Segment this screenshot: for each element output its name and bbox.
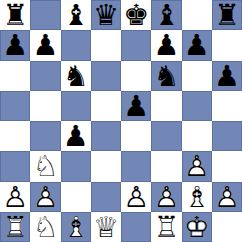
piece-outline: ♕ — [91, 212, 121, 242]
square-e7[interactable] — [121, 30, 151, 60]
black-pawn-icon[interactable]: ♟ — [121, 91, 151, 121]
square-b4[interactable] — [30, 121, 60, 151]
white-knight-icon[interactable]: ♞♘ — [30, 212, 60, 242]
square-a3[interactable] — [0, 151, 30, 181]
square-g8[interactable] — [182, 0, 212, 30]
piece-fill: ♟ — [0, 30, 30, 60]
piece-outline: ♙ — [0, 182, 30, 212]
white-bishop-icon[interactable]: ♝♗ — [61, 212, 91, 242]
piece-outline: ♙ — [121, 182, 151, 212]
white-rook-icon[interactable]: ♜♖ — [151, 212, 181, 242]
black-pawn-icon[interactable]: ♟ — [151, 30, 181, 60]
black-pawn-icon[interactable]: ♟ — [61, 121, 91, 151]
square-c2[interactable] — [61, 182, 91, 212]
chess-board: ♜♝♛♚♝♜♟♟♟♟♞♞♟♟♟♞♘♟♙♟♙♟♙♟♙♟♙♝♗♟♙♜♖♞♘♝♗♛♕♜… — [0, 0, 242, 242]
black-queen-icon[interactable]: ♛ — [91, 0, 121, 30]
square-a7[interactable]: ♟ — [0, 30, 30, 60]
square-h5[interactable] — [212, 91, 242, 121]
piece-outline: ♖ — [0, 212, 30, 242]
piece-fill: ♟ — [212, 61, 242, 91]
square-g1[interactable]: ♚♔ — [182, 212, 212, 242]
white-pawn-icon[interactable]: ♟♙ — [151, 182, 181, 212]
square-f8[interactable]: ♝ — [151, 0, 181, 30]
square-h6[interactable]: ♟ — [212, 61, 242, 91]
square-g4[interactable] — [182, 121, 212, 151]
white-pawn-icon[interactable]: ♟♙ — [212, 182, 242, 212]
square-f3[interactable] — [151, 151, 181, 181]
piece-fill: ♟ — [61, 121, 91, 151]
square-e2[interactable]: ♟♙ — [121, 182, 151, 212]
piece-outline: ♙ — [182, 151, 212, 181]
square-h4[interactable] — [212, 121, 242, 151]
square-e8[interactable]: ♚ — [121, 0, 151, 30]
piece-fill: ♜ — [212, 0, 242, 30]
black-pawn-icon[interactable]: ♟ — [212, 61, 242, 91]
white-pawn-icon[interactable]: ♟♙ — [0, 182, 30, 212]
piece-fill: ♛ — [91, 0, 121, 30]
square-b3[interactable]: ♞♘ — [30, 151, 60, 181]
square-f1[interactable]: ♜♖ — [151, 212, 181, 242]
square-a1[interactable]: ♜♖ — [0, 212, 30, 242]
square-a4[interactable] — [0, 121, 30, 151]
square-b6[interactable] — [30, 61, 60, 91]
square-g3[interactable]: ♟♙ — [182, 151, 212, 181]
square-e3[interactable] — [121, 151, 151, 181]
piece-fill: ♝ — [151, 0, 181, 30]
piece-outline: ♙ — [212, 182, 242, 212]
square-d7[interactable] — [91, 30, 121, 60]
square-d1[interactable]: ♛♕ — [91, 212, 121, 242]
square-d4[interactable] — [91, 121, 121, 151]
black-bishop-icon[interactable]: ♝ — [61, 0, 91, 30]
square-c3[interactable] — [61, 151, 91, 181]
white-pawn-icon[interactable]: ♟♙ — [30, 182, 60, 212]
square-b7[interactable]: ♟ — [30, 30, 60, 60]
white-knight-icon[interactable]: ♞♘ — [30, 151, 60, 181]
piece-fill: ♟ — [121, 91, 151, 121]
square-f6[interactable]: ♞ — [151, 61, 181, 91]
square-c5[interactable] — [61, 91, 91, 121]
square-h1[interactable] — [212, 212, 242, 242]
piece-outline: ♗ — [61, 212, 91, 242]
piece-fill: ♟ — [182, 30, 212, 60]
white-king-icon[interactable]: ♚♔ — [182, 212, 212, 242]
square-g6[interactable] — [182, 61, 212, 91]
square-d5[interactable] — [91, 91, 121, 121]
piece-fill: ♞ — [151, 61, 181, 91]
black-bishop-icon[interactable]: ♝ — [151, 0, 181, 30]
piece-outline: ♘ — [30, 151, 60, 181]
piece-outline: ♙ — [151, 182, 181, 212]
square-f2[interactable]: ♟♙ — [151, 182, 181, 212]
square-h2[interactable]: ♟♙ — [212, 182, 242, 212]
square-b8[interactable] — [30, 0, 60, 30]
piece-outline: ♔ — [182, 212, 212, 242]
square-e4[interactable] — [121, 121, 151, 151]
black-pawn-icon[interactable]: ♟ — [182, 30, 212, 60]
piece-outline: ♘ — [30, 212, 60, 242]
piece-fill: ♜ — [0, 0, 30, 30]
square-b5[interactable] — [30, 91, 60, 121]
chess-board-container: ♜♝♛♚♝♜♟♟♟♟♞♞♟♟♟♞♘♟♙♟♙♟♙♟♙♟♙♝♗♟♙♜♖♞♘♝♗♛♕♜… — [0, 0, 242, 242]
piece-fill: ♞ — [61, 61, 91, 91]
square-a8[interactable]: ♜ — [0, 0, 30, 30]
square-g7[interactable]: ♟ — [182, 30, 212, 60]
piece-outline: ♖ — [151, 212, 181, 242]
square-a2[interactable]: ♟♙ — [0, 182, 30, 212]
square-c8[interactable]: ♝ — [61, 0, 91, 30]
white-queen-icon[interactable]: ♛♕ — [91, 212, 121, 242]
square-f7[interactable]: ♟ — [151, 30, 181, 60]
square-d8[interactable]: ♛ — [91, 0, 121, 30]
square-a5[interactable] — [0, 91, 30, 121]
black-knight-icon[interactable]: ♞ — [61, 61, 91, 91]
square-c6[interactable]: ♞ — [61, 61, 91, 91]
white-bishop-icon[interactable]: ♝♗ — [182, 182, 212, 212]
black-pawn-icon[interactable]: ♟ — [0, 30, 30, 60]
square-c1[interactable]: ♝♗ — [61, 212, 91, 242]
square-g2[interactable]: ♝♗ — [182, 182, 212, 212]
square-d2[interactable] — [91, 182, 121, 212]
black-pawn-icon[interactable]: ♟ — [30, 30, 60, 60]
square-b2[interactable]: ♟♙ — [30, 182, 60, 212]
white-pawn-icon[interactable]: ♟♙ — [182, 151, 212, 181]
square-e6[interactable] — [121, 61, 151, 91]
square-d6[interactable] — [91, 61, 121, 91]
black-rook-icon[interactable]: ♜ — [0, 0, 30, 30]
square-e1[interactable] — [121, 212, 151, 242]
piece-outline: ♗ — [182, 182, 212, 212]
square-b1[interactable]: ♞♘ — [30, 212, 60, 242]
white-pawn-icon[interactable]: ♟♙ — [121, 182, 151, 212]
square-h8[interactable]: ♜ — [212, 0, 242, 30]
square-f5[interactable] — [151, 91, 181, 121]
black-king-icon[interactable]: ♚ — [121, 0, 151, 30]
piece-fill: ♟ — [30, 30, 60, 60]
black-knight-icon[interactable]: ♞ — [151, 61, 181, 91]
square-g5[interactable] — [182, 91, 212, 121]
square-e5[interactable]: ♟ — [121, 91, 151, 121]
square-f4[interactable] — [151, 121, 181, 151]
square-c4[interactable]: ♟ — [61, 121, 91, 151]
piece-outline: ♙ — [30, 182, 60, 212]
piece-fill: ♝ — [61, 0, 91, 30]
black-rook-icon[interactable]: ♜ — [212, 0, 242, 30]
piece-fill: ♚ — [121, 0, 151, 30]
white-rook-icon[interactable]: ♜♖ — [0, 212, 30, 242]
square-c7[interactable] — [61, 30, 91, 60]
square-a6[interactable] — [0, 61, 30, 91]
square-h3[interactable] — [212, 151, 242, 181]
square-h7[interactable] — [212, 30, 242, 60]
square-d3[interactable] — [91, 151, 121, 181]
piece-fill: ♟ — [151, 30, 181, 60]
